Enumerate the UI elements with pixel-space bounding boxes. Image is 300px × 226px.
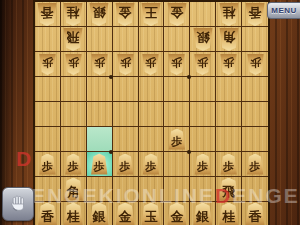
shogi-piece-black[interactable]: 香 <box>244 203 266 226</box>
board-cell[interactable] <box>190 127 216 152</box>
board-cell[interactable]: 角 <box>216 27 242 52</box>
shogi-piece-black[interactable]: 銀 <box>88 203 110 226</box>
board-cell[interactable]: 王 <box>139 2 165 27</box>
board-cell[interactable] <box>242 77 268 102</box>
shogi-piece-black[interactable]: 歩 <box>90 154 109 175</box>
board-cell[interactable] <box>242 102 268 127</box>
shogi-piece-black[interactable]: 歩 <box>246 154 265 175</box>
board-cell[interactable]: 香 <box>242 202 268 225</box>
board-cell[interactable]: 歩 <box>242 52 268 77</box>
piece-kanji: 金 <box>119 3 132 19</box>
board-cell[interactable] <box>164 102 190 127</box>
piece-kanji: 角 <box>67 185 80 201</box>
piece-kanji: 飛 <box>222 185 235 201</box>
board-cell[interactable] <box>35 27 61 52</box>
shogi-piece-white[interactable]: 歩 <box>193 54 212 75</box>
board-cell[interactable]: 香 <box>242 2 268 27</box>
shogi-piece-black[interactable]: 金 <box>114 203 136 226</box>
star-point <box>187 150 191 154</box>
piece-kanji: 歩 <box>197 54 208 68</box>
board-cell[interactable]: 桂 <box>61 202 87 225</box>
piece-kanji: 金 <box>119 210 132 226</box>
board-cell[interactable] <box>113 177 139 202</box>
board-cell[interactable] <box>139 127 165 152</box>
shogi-piece-white[interactable]: 桂 <box>62 3 84 26</box>
shogi-piece-black[interactable]: 桂 <box>218 203 240 226</box>
shogi-piece-white[interactable]: 歩 <box>167 54 186 75</box>
hand-icon <box>8 194 28 214</box>
board-cell[interactable]: 歩 <box>216 152 242 177</box>
board-cell[interactable]: 銀 <box>87 2 113 27</box>
shogi-board: 香桂銀金王金桂香飛銀角歩歩歩歩歩歩歩歩歩歩歩歩歩歩歩歩歩歩角飛香桂銀金玉金銀桂香 <box>33 0 270 225</box>
shogi-piece-white[interactable]: 角 <box>218 28 240 51</box>
piece-kanji: 歩 <box>120 54 131 68</box>
shogi-piece-white[interactable]: 香 <box>244 3 266 26</box>
shogi-piece-white[interactable]: 金 <box>166 3 188 26</box>
shogi-piece-black[interactable]: 歩 <box>219 154 238 175</box>
board-cell[interactable] <box>164 27 190 52</box>
shogi-piece-black[interactable]: 歩 <box>141 154 160 175</box>
piece-kanji: 金 <box>170 3 183 19</box>
piece-kanji: 歩 <box>94 54 105 68</box>
piece-kanji: 香 <box>41 3 54 19</box>
board-cell[interactable] <box>216 127 242 152</box>
piece-kanji: 歩 <box>223 54 234 68</box>
piece-kanji: 銀 <box>196 210 209 226</box>
board-cell[interactable] <box>113 27 139 52</box>
board-cell[interactable]: 金 <box>164 2 190 27</box>
board-cell[interactable]: 歩 <box>113 52 139 77</box>
hand-stand-button[interactable] <box>2 187 34 221</box>
board-cell[interactable] <box>35 77 61 102</box>
shogi-piece-black[interactable]: 角 <box>62 178 84 201</box>
board-cell[interactable] <box>35 102 61 127</box>
star-point <box>109 75 113 79</box>
piece-kanji: 香 <box>249 210 262 226</box>
board-cell[interactable]: 金 <box>113 202 139 225</box>
star-point <box>109 150 113 154</box>
board-cell[interactable]: 銀 <box>87 202 113 225</box>
piece-kanji: 歩 <box>94 161 105 175</box>
shogi-piece-white[interactable]: 金 <box>114 3 136 26</box>
piece-kanji: 桂 <box>67 3 80 19</box>
board-cell[interactable] <box>87 177 113 202</box>
piece-kanji: 桂 <box>67 210 80 226</box>
board-cell[interactable] <box>216 77 242 102</box>
board-cell[interactable] <box>35 127 61 152</box>
shogi-piece-black[interactable]: 桂 <box>62 203 84 226</box>
board-cell[interactable]: 歩 <box>139 52 165 77</box>
board-cell[interactable]: 桂 <box>216 202 242 225</box>
shogi-piece-black[interactable]: 金 <box>166 203 188 226</box>
piece-kanji: 歩 <box>120 161 131 175</box>
board-cell[interactable] <box>190 2 216 27</box>
shogi-piece-white[interactable]: 桂 <box>218 3 240 26</box>
board-cell[interactable]: 飛 <box>61 27 87 52</box>
shogi-piece-white[interactable]: 歩 <box>141 54 160 75</box>
piece-kanji: 香 <box>41 210 54 226</box>
board-cell[interactable]: 歩 <box>190 152 216 177</box>
board-cell[interactable] <box>190 177 216 202</box>
board-cell[interactable] <box>87 27 113 52</box>
board-cell[interactable]: 金 <box>113 2 139 27</box>
board-cell[interactable] <box>216 102 242 127</box>
piece-kanji: 銀 <box>93 3 106 19</box>
board-cell[interactable] <box>61 102 87 127</box>
board-cell[interactable] <box>164 152 190 177</box>
shogi-piece-black[interactable]: 歩 <box>38 154 57 175</box>
shogi-piece-white[interactable]: 銀 <box>192 28 214 51</box>
piece-kanji: 歩 <box>250 54 261 68</box>
board-cell[interactable] <box>87 77 113 102</box>
board-cell[interactable]: 角 <box>61 177 87 202</box>
piece-kanji: 飛 <box>67 28 80 44</box>
board-cell[interactable]: 桂 <box>61 2 87 27</box>
board-cell[interactable]: 歩 <box>87 152 113 177</box>
board-cell[interactable]: 桂 <box>216 2 242 27</box>
board-cell[interactable] <box>242 27 268 52</box>
board-cell[interactable] <box>35 177 61 202</box>
board-cell[interactable]: 香 <box>35 2 61 27</box>
piece-kanji: 歩 <box>197 161 208 175</box>
shogi-piece-black[interactable]: 香 <box>36 203 58 226</box>
board-cell[interactable]: 飛 <box>216 177 242 202</box>
board-cell[interactable] <box>113 77 139 102</box>
board-cell[interactable]: 歩 <box>139 152 165 177</box>
watermark-partial: D <box>16 147 31 171</box>
board-cell[interactable]: 銀 <box>190 202 216 225</box>
piece-kanji: 歩 <box>145 54 156 68</box>
piece-kanji: 歩 <box>68 161 79 175</box>
shogi-piece-black[interactable]: 歩 <box>167 129 186 150</box>
board-cell[interactable] <box>113 102 139 127</box>
shogi-piece-black[interactable]: 玉 <box>140 203 162 226</box>
star-point <box>187 75 191 79</box>
shogi-piece-black[interactable]: 歩 <box>116 154 135 175</box>
board-cell[interactable] <box>139 102 165 127</box>
board-cell[interactable] <box>139 77 165 102</box>
board-cell[interactable]: 歩 <box>216 52 242 77</box>
shogi-piece-white[interactable]: 歩 <box>90 54 109 75</box>
piece-kanji: 歩 <box>42 161 53 175</box>
piece-kanji: 角 <box>222 28 235 44</box>
board-cell[interactable]: 金 <box>164 202 190 225</box>
board-cell[interactable]: 歩 <box>61 152 87 177</box>
board-cell[interactable]: 歩 <box>61 52 87 77</box>
shogi-piece-black[interactable]: 銀 <box>192 203 214 226</box>
piece-kanji: 金 <box>170 210 183 226</box>
shogi-piece-black[interactable]: 歩 <box>193 154 212 175</box>
board-cell[interactable]: 歩 <box>164 52 190 77</box>
shogi-piece-white[interactable]: 王 <box>140 3 162 26</box>
piece-kanji: 桂 <box>222 210 235 226</box>
piece-kanji: 歩 <box>68 54 79 68</box>
board-cell[interactable] <box>190 102 216 127</box>
board-cell[interactable] <box>61 77 87 102</box>
piece-kanji: 銀 <box>93 210 106 226</box>
piece-kanji: 香 <box>249 3 262 19</box>
board-cell[interactable] <box>113 127 139 152</box>
board-cell[interactable] <box>242 127 268 152</box>
shogi-piece-black[interactable]: 歩 <box>64 154 83 175</box>
board-cell[interactable]: 歩 <box>87 52 113 77</box>
board-cell[interactable]: 歩 <box>164 127 190 152</box>
piece-kanji: 桂 <box>222 3 235 19</box>
board-cell[interactable]: 香 <box>35 202 61 225</box>
piece-kanji: 王 <box>144 3 157 19</box>
board-cell[interactable] <box>87 102 113 127</box>
shogi-piece-white[interactable]: 歩 <box>219 54 238 75</box>
board-cell[interactable] <box>61 127 87 152</box>
shogi-piece-black[interactable]: 飛 <box>218 178 240 201</box>
piece-kanji: 歩 <box>250 161 261 175</box>
board-cell[interactable] <box>242 177 268 202</box>
piece-kanji: 歩 <box>42 54 53 68</box>
board-cell[interactable] <box>87 127 113 152</box>
shogi-piece-white[interactable]: 歩 <box>246 54 265 75</box>
board-cell[interactable] <box>139 177 165 202</box>
shogi-piece-white[interactable]: 銀 <box>88 3 110 26</box>
board-cell[interactable]: 歩 <box>190 52 216 77</box>
piece-kanji: 歩 <box>223 161 234 175</box>
piece-kanji: 玉 <box>144 210 157 226</box>
board-cell[interactable] <box>190 77 216 102</box>
piece-kanji: 歩 <box>145 161 156 175</box>
shogi-piece-white[interactable]: 飛 <box>62 28 84 51</box>
board-cell[interactable]: 歩 <box>35 52 61 77</box>
shogi-game-screen: 香桂銀金王金桂香飛銀角歩歩歩歩歩歩歩歩歩歩歩歩歩歩歩歩歩歩角飛香桂銀金玉金銀桂香… <box>0 0 300 225</box>
board-cell[interactable]: 歩 <box>35 152 61 177</box>
menu-button[interactable]: MENU <box>267 2 300 19</box>
board-cell[interactable]: 歩 <box>113 152 139 177</box>
board-cell[interactable]: 玉 <box>139 202 165 225</box>
board-cell[interactable] <box>139 27 165 52</box>
shogi-piece-white[interactable]: 香 <box>36 3 58 26</box>
shogi-piece-white[interactable]: 歩 <box>38 54 57 75</box>
shogi-piece-white[interactable]: 歩 <box>64 54 83 75</box>
shogi-piece-white[interactable]: 歩 <box>116 54 135 75</box>
piece-kanji: 歩 <box>171 54 182 68</box>
board-cell[interactable]: 歩 <box>242 152 268 177</box>
piece-kanji: 歩 <box>171 136 182 150</box>
board-cell[interactable] <box>164 77 190 102</box>
board-cell[interactable] <box>164 177 190 202</box>
board-cell[interactable]: 銀 <box>190 27 216 52</box>
piece-kanji: 銀 <box>196 28 209 44</box>
